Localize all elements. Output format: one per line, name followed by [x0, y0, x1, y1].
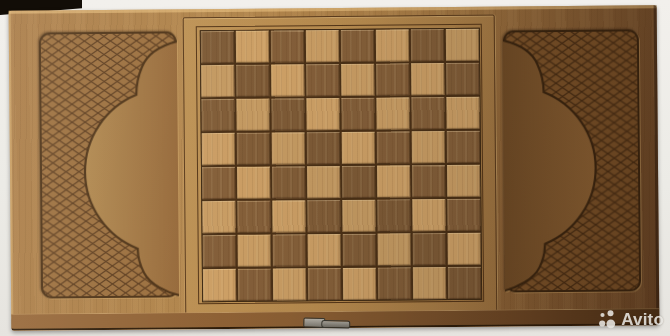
square-g3 [412, 199, 445, 231]
left-lattice-panel [39, 31, 179, 298]
square-f1 [378, 267, 411, 299]
square-a3 [202, 201, 235, 233]
square-d7 [306, 64, 339, 96]
square-h3 [447, 199, 480, 231]
square-d4 [307, 166, 340, 198]
square-c8 [271, 30, 304, 62]
clasp-hook [321, 320, 350, 329]
square-b6 [236, 99, 269, 131]
square-b7 [236, 65, 269, 97]
square-h5 [447, 131, 480, 163]
square-b1 [238, 269, 271, 301]
avito-logo-icon [598, 309, 617, 330]
case-right-bevel [654, 5, 660, 315]
case-left-bevel [9, 11, 14, 319]
square-c4 [272, 166, 305, 198]
square-f8 [376, 29, 409, 61]
square-f4 [377, 165, 410, 197]
square-d5 [307, 132, 340, 164]
square-e3 [342, 200, 375, 232]
square-d8 [306, 30, 339, 62]
square-b3 [237, 201, 270, 233]
square-h7 [446, 63, 479, 95]
square-h8 [446, 29, 479, 61]
avito-watermark: Avito [598, 309, 664, 330]
square-c7 [271, 64, 304, 96]
right-lattice-panel [503, 29, 641, 292]
square-a2 [203, 235, 236, 267]
square-e5 [342, 132, 375, 164]
square-e7 [341, 64, 374, 96]
square-g4 [412, 165, 445, 197]
square-g7 [411, 63, 444, 95]
square-g6 [411, 97, 444, 129]
square-b8 [236, 31, 269, 63]
square-h2 [448, 233, 481, 265]
square-f7 [376, 63, 409, 95]
square-a7 [201, 65, 234, 97]
square-c3 [272, 200, 305, 232]
photo-background: Avito [0, 0, 670, 336]
square-e4 [342, 166, 375, 198]
square-c2 [273, 234, 306, 266]
square-d2 [308, 234, 341, 266]
square-g2 [413, 233, 446, 265]
square-d6 [306, 98, 339, 130]
chessboard-frame [196, 24, 484, 304]
chessboard-squares [200, 28, 482, 302]
wooden-case [9, 5, 660, 331]
square-h4 [447, 165, 480, 197]
square-c5 [272, 132, 305, 164]
square-h6 [446, 97, 479, 129]
square-c1 [273, 268, 306, 300]
metal-clasp [303, 315, 349, 327]
square-g5 [412, 131, 445, 163]
square-a4 [202, 167, 235, 199]
square-f3 [377, 199, 410, 231]
case-top-bevel [9, 5, 657, 14]
square-a8 [201, 31, 234, 63]
square-e2 [343, 234, 376, 266]
square-b2 [238, 235, 271, 267]
square-g1 [413, 267, 446, 299]
square-a1 [203, 269, 236, 301]
square-h1 [448, 267, 481, 299]
avito-watermark-text: Avito [621, 310, 664, 330]
square-g8 [411, 29, 444, 61]
square-d3 [307, 200, 340, 232]
square-f2 [378, 233, 411, 265]
left-panel-carving [39, 31, 179, 298]
square-e6 [341, 98, 374, 130]
square-c6 [271, 98, 304, 130]
square-f6 [376, 97, 409, 129]
square-e1 [343, 268, 376, 300]
right-panel-carving [503, 29, 641, 292]
square-a6 [201, 99, 234, 131]
square-e8 [341, 30, 374, 62]
square-f5 [377, 131, 410, 163]
chessboard-plateau [183, 15, 498, 318]
square-d1 [308, 268, 341, 300]
square-a5 [202, 133, 235, 165]
square-b5 [237, 133, 270, 165]
square-b4 [237, 167, 270, 199]
